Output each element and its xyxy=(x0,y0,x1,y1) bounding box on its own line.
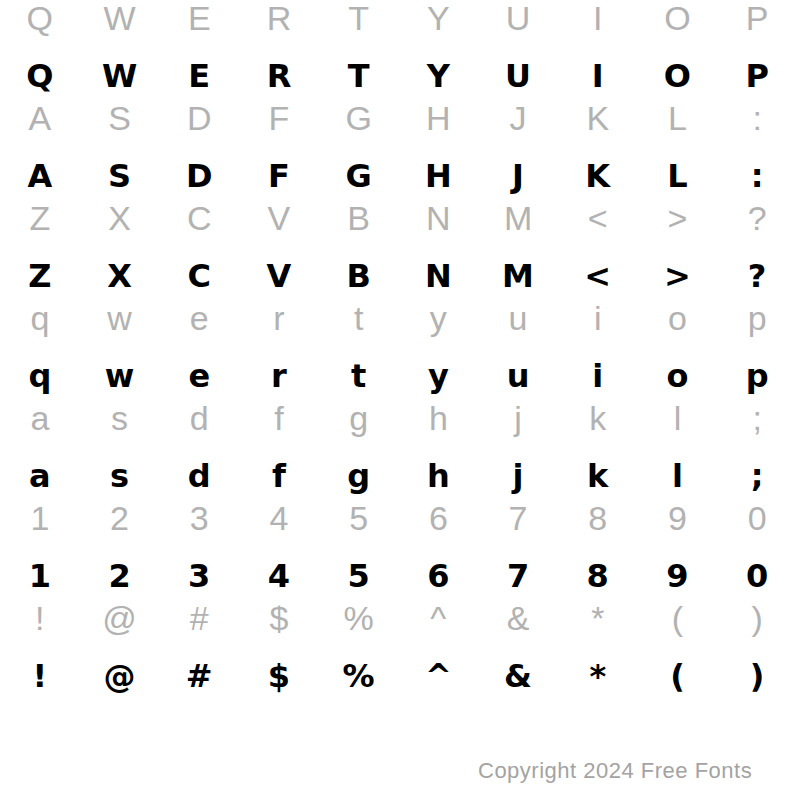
char-cell: * xyxy=(591,601,604,635)
char-row-gray-4: asdfghjkl; xyxy=(0,396,797,440)
char-cell: s xyxy=(111,401,128,435)
char-cell: ) xyxy=(750,660,765,692)
char-cell: 6 xyxy=(429,501,448,535)
char-cell: 8 xyxy=(588,501,607,535)
char-cell: N xyxy=(426,201,451,235)
char-cell: C xyxy=(187,201,212,235)
char-cell: 5 xyxy=(348,560,370,592)
char-cell: j xyxy=(514,401,522,435)
char-cell: & xyxy=(507,601,530,635)
char-cell: N xyxy=(425,260,452,292)
char-cell: E xyxy=(188,1,211,35)
char-cell: & xyxy=(504,660,532,692)
char-cell: 4 xyxy=(269,501,288,535)
char-cell: S xyxy=(108,160,131,192)
char-cell: V xyxy=(267,260,292,292)
char-cell: ; xyxy=(752,401,761,435)
char-cell: Q xyxy=(27,1,53,35)
char-cell: g xyxy=(349,401,368,435)
char-cell: % xyxy=(343,660,375,692)
char-cell: h xyxy=(429,401,448,435)
char-row-gray-1: ASDFGHJKL: xyxy=(0,96,797,140)
char-cell: t xyxy=(351,360,366,392)
char-cell: @ xyxy=(102,601,137,635)
char-cell: ! xyxy=(35,601,44,635)
char-cell: 6 xyxy=(427,560,449,592)
char-cell: ? xyxy=(748,260,767,292)
char-cell: O xyxy=(664,60,691,92)
char-cell: H xyxy=(425,160,452,192)
char-cell: 9 xyxy=(668,501,687,535)
char-cell: o xyxy=(668,301,687,335)
char-cell: Z xyxy=(29,201,50,235)
char-cell: i xyxy=(594,301,602,335)
char-cell: q xyxy=(30,301,49,335)
char-cell: Y xyxy=(427,1,450,35)
char-cell: 1 xyxy=(29,560,51,592)
char-cell: S xyxy=(108,101,131,135)
char-cell: 8 xyxy=(587,560,609,592)
char-cell: f xyxy=(272,460,286,492)
char-cell: K xyxy=(585,160,610,192)
char-cell: r xyxy=(273,301,284,335)
char-cell: K xyxy=(586,101,609,135)
char-cell: 0 xyxy=(746,560,768,592)
char-row-gray-2: ZXCVBNM<>? xyxy=(0,196,797,240)
char-cell: E xyxy=(188,60,210,92)
char-row-bold-5: 1234567890 xyxy=(0,554,797,598)
char-cell: T xyxy=(348,60,370,92)
char-row-bold-0: QWERTYUIOP xyxy=(0,54,797,98)
char-cell: J xyxy=(510,101,527,135)
char-cell: 2 xyxy=(108,560,130,592)
char-cell: ( xyxy=(672,601,683,635)
char-row-bold-4: asdfghjkl; xyxy=(0,454,797,498)
char-cell: A xyxy=(29,101,52,135)
char-cell: 7 xyxy=(509,501,528,535)
char-cell: f xyxy=(274,401,283,435)
char-row-gray-0: QWERTYUIOP xyxy=(0,0,797,40)
char-cell: ) xyxy=(751,601,762,635)
char-cell: s xyxy=(110,460,129,492)
char-cell: W xyxy=(102,60,137,92)
char-cell: H xyxy=(426,101,451,135)
char-cell: w xyxy=(107,301,132,335)
char-cell: > xyxy=(664,260,691,292)
char-cell: G xyxy=(345,101,371,135)
char-cell: y xyxy=(430,301,447,335)
char-cell: O xyxy=(664,1,690,35)
char-cell: F xyxy=(269,101,290,135)
char-cell: ( xyxy=(670,660,685,692)
char-cell: @ xyxy=(104,660,136,692)
char-cell: a xyxy=(29,460,51,492)
char-cell: L xyxy=(668,101,687,135)
char-cell: F xyxy=(268,160,290,192)
char-cell: e xyxy=(188,360,210,392)
char-cell: A xyxy=(27,160,52,192)
char-cell: M xyxy=(504,201,532,235)
char-cell: p xyxy=(746,360,769,392)
char-cell: D xyxy=(186,160,213,192)
char-cell: 9 xyxy=(666,560,688,592)
char-cell: I xyxy=(593,1,602,35)
char-cell: 7 xyxy=(507,560,529,592)
char-cell: : xyxy=(751,160,764,192)
char-cell: w xyxy=(105,360,135,392)
char-cell: R xyxy=(267,1,292,35)
char-cell: > xyxy=(668,201,688,235)
char-cell: G xyxy=(346,160,372,192)
char-cell: C xyxy=(188,260,211,292)
char-cell: 2 xyxy=(110,501,129,535)
char-cell: I xyxy=(592,60,604,92)
char-cell: ^ xyxy=(425,660,452,692)
char-cell: 1 xyxy=(30,501,49,535)
char-row-bold-3: qwertyuiop xyxy=(0,354,797,398)
char-cell: i xyxy=(592,360,603,392)
char-cell: u xyxy=(509,301,528,335)
char-cell: ^ xyxy=(430,601,446,635)
char-row-bold-1: ASDFGHJKL: xyxy=(0,154,797,198)
char-cell: h xyxy=(427,460,450,492)
copyright-text: Copyright 2024 Free Fonts xyxy=(478,758,752,784)
char-cell: a xyxy=(30,401,49,435)
char-cell: M xyxy=(502,260,534,292)
char-cell: B xyxy=(347,201,370,235)
char-cell: y xyxy=(428,360,449,392)
char-cell: Q xyxy=(26,60,53,92)
char-cell: % xyxy=(344,601,374,635)
char-cell: < xyxy=(588,201,608,235)
char-cell: j xyxy=(513,460,524,492)
char-row-gray-3: qwertyuiop xyxy=(0,296,797,340)
character-map-grid: QWERTYUIOPQWERTYUIOPASDFGHJKL:ASDFGHJKL:… xyxy=(0,0,800,800)
char-cell: P xyxy=(746,1,769,35)
char-cell: r xyxy=(271,360,287,392)
char-cell: X xyxy=(107,260,132,292)
char-row-gray-6: !@#$%^&*() xyxy=(0,596,797,640)
char-cell: 4 xyxy=(268,560,290,592)
char-cell: Z xyxy=(28,260,51,292)
char-cell: d xyxy=(188,460,211,492)
char-cell: d xyxy=(190,401,209,435)
char-cell: k xyxy=(587,460,608,492)
char-cell: J xyxy=(512,160,524,192)
char-cell: U xyxy=(506,1,531,35)
char-cell: 0 xyxy=(748,501,767,535)
char-cell: V xyxy=(268,201,291,235)
char-cell: # xyxy=(186,660,213,692)
char-cell: g xyxy=(347,460,370,492)
font-preview-page: QWERTYUIOPQWERTYUIOPASDFGHJKL:ASDFGHJKL:… xyxy=(0,0,800,800)
char-cell: : xyxy=(752,101,761,135)
char-cell: ? xyxy=(748,201,767,235)
char-cell: u xyxy=(507,360,530,392)
char-cell: 3 xyxy=(188,560,210,592)
char-cell: e xyxy=(190,301,209,335)
char-cell: # xyxy=(190,601,209,635)
char-row-gray-5: 1234567890 xyxy=(0,496,797,540)
char-cell: B xyxy=(346,260,370,292)
char-cell: $ xyxy=(269,601,288,635)
char-cell: ! xyxy=(33,660,48,692)
char-cell: D xyxy=(187,101,212,135)
char-cell: Y xyxy=(427,60,450,92)
char-cell: * xyxy=(589,660,606,692)
char-cell: X xyxy=(108,201,131,235)
char-row-bold-6: !@#$%^&*() xyxy=(0,654,797,698)
char-cell: T xyxy=(348,1,369,35)
char-cell: U xyxy=(505,60,531,92)
char-cell: L xyxy=(667,160,687,192)
char-cell: t xyxy=(354,301,363,335)
char-cell: 5 xyxy=(349,501,368,535)
char-cell: k xyxy=(589,401,606,435)
char-cell: q xyxy=(28,360,51,392)
char-row-bold-2: ZXCVBNM<>? xyxy=(0,254,797,298)
char-cell: $ xyxy=(268,660,290,692)
char-cell: 3 xyxy=(190,501,209,535)
char-cell: l xyxy=(672,460,683,492)
char-cell: W xyxy=(103,1,135,35)
char-cell: R xyxy=(267,60,292,92)
char-cell: l xyxy=(674,401,682,435)
char-cell: P xyxy=(745,60,768,92)
char-cell: o xyxy=(666,360,688,392)
char-cell: ; xyxy=(751,460,764,492)
char-cell: p xyxy=(748,301,767,335)
char-cell: < xyxy=(584,260,611,292)
